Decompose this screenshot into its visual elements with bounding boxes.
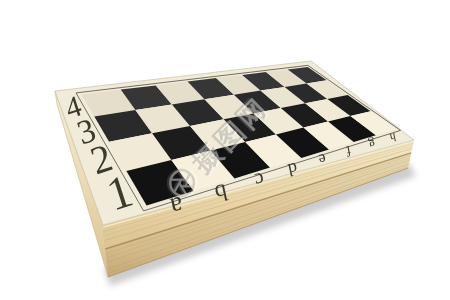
- chessboard-photo: abcdefgh1234摄图网摄图网: [0, 0, 450, 300]
- photo-canvas: abcdefgh1234摄图网摄图网: [0, 0, 450, 300]
